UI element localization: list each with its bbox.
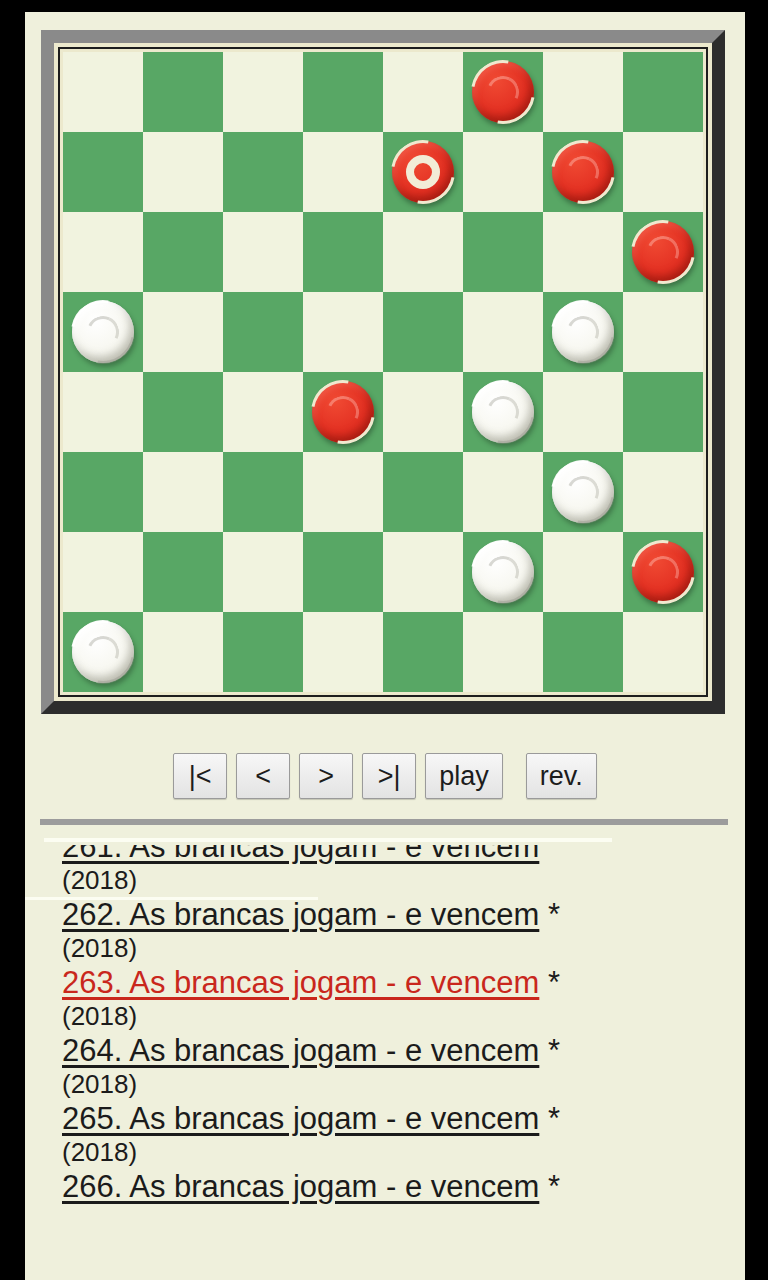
white-man[interactable] [72, 621, 134, 683]
nav-first-button[interactable]: |< [173, 753, 227, 799]
square-f1 [463, 612, 543, 692]
square-d2[interactable] [303, 532, 383, 612]
puzzle-list-item: 266. As brancas jogam - e vencem * [62, 1170, 725, 1204]
board-inner-border [58, 47, 708, 697]
puzzle-suffix: * [539, 1033, 560, 1068]
square-e7[interactable] [383, 132, 463, 212]
square-e4 [383, 372, 463, 452]
square-e2 [383, 532, 463, 612]
square-f5 [463, 292, 543, 372]
square-e6 [383, 212, 463, 292]
puzzle-link[interactable]: 266. As brancas jogam - e vencem [62, 1169, 539, 1204]
square-c4 [223, 372, 303, 452]
square-d1 [303, 612, 383, 692]
white-man[interactable] [472, 381, 534, 443]
square-f7 [463, 132, 543, 212]
red-man[interactable] [632, 541, 694, 603]
nav-bar: |< < > >| play rev. [25, 753, 745, 799]
nav-last-button[interactable]: >| [362, 753, 416, 799]
square-d8[interactable] [303, 52, 383, 132]
square-h5 [623, 292, 703, 372]
red-man[interactable] [312, 381, 374, 443]
square-d6[interactable] [303, 212, 383, 292]
white-man[interactable] [72, 301, 134, 363]
nav-next-button[interactable]: > [299, 753, 353, 799]
puzzle-year: (2018) [62, 1136, 725, 1168]
puzzle-list-item: 263. As brancas jogam - e vencem *(2018) [62, 966, 725, 1032]
square-e5[interactable] [383, 292, 463, 372]
square-g6 [543, 212, 623, 292]
puzzle-list-item: 262. As brancas jogam - e vencem *(2018) [62, 898, 725, 964]
square-f6[interactable] [463, 212, 543, 292]
square-b5 [143, 292, 223, 372]
square-a2 [63, 532, 143, 612]
board-grid [63, 52, 703, 692]
square-g4 [543, 372, 623, 452]
square-a7[interactable] [63, 132, 143, 212]
app-screen: |< < > >| play rev. 261. As brancas joga… [25, 12, 745, 1280]
square-h6[interactable] [623, 212, 703, 292]
square-b8[interactable] [143, 52, 223, 132]
square-h8[interactable] [623, 52, 703, 132]
square-g1[interactable] [543, 612, 623, 692]
square-a3[interactable] [63, 452, 143, 532]
puzzle-suffix: * [539, 897, 560, 932]
square-b4[interactable] [143, 372, 223, 452]
square-e8 [383, 52, 463, 132]
square-f8[interactable] [463, 52, 543, 132]
square-c2 [223, 532, 303, 612]
square-d5 [303, 292, 383, 372]
square-c5[interactable] [223, 292, 303, 372]
square-b6[interactable] [143, 212, 223, 292]
clipped-link-viewport: 261. As brancas jogam - e vencem [62, 845, 725, 864]
square-a6 [63, 212, 143, 292]
square-b3 [143, 452, 223, 532]
puzzle-year: (2018) [62, 1068, 725, 1100]
square-h7 [623, 132, 703, 212]
square-a1[interactable] [63, 612, 143, 692]
white-man[interactable] [472, 541, 534, 603]
square-d3 [303, 452, 383, 532]
puzzle-link[interactable]: 263. As brancas jogam - e vencem [62, 965, 539, 1000]
puzzle-suffix: * [539, 1101, 560, 1136]
nav-play-button[interactable]: play [425, 753, 503, 799]
square-g8 [543, 52, 623, 132]
puzzle-link[interactable]: 261. As brancas jogam - e vencem [62, 845, 539, 864]
white-man[interactable] [552, 461, 614, 523]
red-man[interactable] [472, 61, 534, 123]
puzzle-list-item: 265. As brancas jogam - e vencem *(2018) [62, 1102, 725, 1168]
puzzle-list-item: 264. As brancas jogam - e vencem *(2018) [62, 1034, 725, 1100]
square-f2[interactable] [463, 532, 543, 612]
puzzle-year: (2018) [62, 932, 725, 964]
puzzle-list: 261. As brancas jogam - e vencem(2018)26… [25, 845, 745, 1204]
nav-reverse-button[interactable]: rev. [526, 753, 597, 799]
puzzle-link[interactable]: 262. As brancas jogam - e vencem [62, 897, 539, 932]
square-c6 [223, 212, 303, 292]
square-g5[interactable] [543, 292, 623, 372]
square-h3 [623, 452, 703, 532]
square-g3[interactable] [543, 452, 623, 532]
square-b7 [143, 132, 223, 212]
square-c7[interactable] [223, 132, 303, 212]
board [41, 30, 725, 714]
red-man[interactable] [552, 141, 614, 203]
square-d4[interactable] [303, 372, 383, 452]
square-a5[interactable] [63, 292, 143, 372]
square-a8 [63, 52, 143, 132]
square-c8 [223, 52, 303, 132]
square-g2 [543, 532, 623, 612]
square-g7[interactable] [543, 132, 623, 212]
puzzle-link[interactable]: 264. As brancas jogam - e vencem [62, 1033, 539, 1068]
square-c1[interactable] [223, 612, 303, 692]
divider-rule [40, 819, 728, 825]
square-b2[interactable] [143, 532, 223, 612]
square-e1[interactable] [383, 612, 463, 692]
square-d7 [303, 132, 383, 212]
square-c3[interactable] [223, 452, 303, 532]
red-man[interactable] [632, 221, 694, 283]
puzzle-suffix: * [539, 965, 560, 1000]
nav-prev-button[interactable]: < [236, 753, 290, 799]
red-king[interactable] [392, 141, 454, 203]
pressed-highlight-top-edge [44, 838, 612, 842]
puzzle-suffix: * [539, 1169, 560, 1204]
square-b1 [143, 612, 223, 692]
square-e3[interactable] [383, 452, 463, 532]
square-f4[interactable] [463, 372, 543, 452]
puzzle-year: (2018) [62, 864, 725, 896]
square-h2[interactable] [623, 532, 703, 612]
puzzle-year: (2018) [62, 1000, 725, 1032]
puzzle-list-item: 261. As brancas jogam - e vencem(2018) [62, 845, 725, 896]
puzzle-link[interactable]: 265. As brancas jogam - e vencem [62, 1101, 539, 1136]
white-man[interactable] [552, 301, 614, 363]
square-h4[interactable] [623, 372, 703, 452]
square-a4 [63, 372, 143, 452]
square-f3 [463, 452, 543, 532]
square-h1 [623, 612, 703, 692]
